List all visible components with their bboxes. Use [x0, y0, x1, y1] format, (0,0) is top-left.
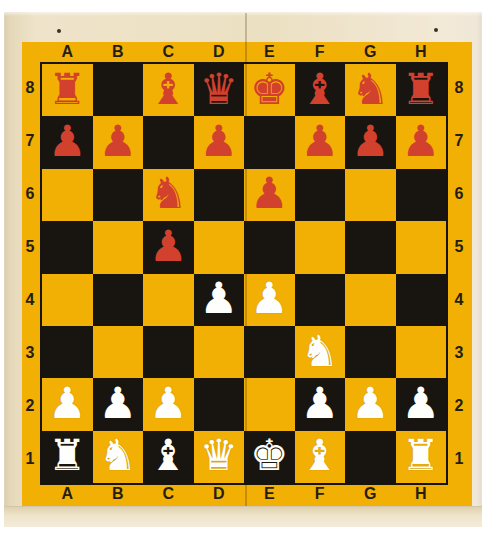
- rank-label-3-right: 3: [450, 326, 468, 379]
- file-label-d-bottom: D: [194, 485, 245, 503]
- white-pawn-b2[interactable]: ♟: [98, 382, 137, 425]
- rank-label-7-right: 7: [450, 115, 468, 168]
- file-label-h-bottom: H: [396, 485, 447, 503]
- square-e5[interactable]: [244, 221, 295, 273]
- file-label-e-top: E: [244, 43, 295, 61]
- square-f8[interactable]: ♝: [295, 64, 346, 116]
- white-knight-f3[interactable]: ♞: [300, 330, 339, 373]
- rank-labels-left: 87654321: [21, 62, 39, 485]
- rank-label-7-left: 7: [21, 115, 39, 168]
- red-pawn-f7[interactable]: ♟: [300, 120, 339, 163]
- square-f4[interactable]: [295, 274, 346, 326]
- board-grid: ♜♝♛♚♝♞♜♟♟♟♟♟♟♞♟♟♟♟♞♟♟♟♟♟♟♜♞♝♛♚♝♜: [40, 62, 448, 485]
- white-bishop-f1[interactable]: ♝: [300, 434, 339, 477]
- rank-label-4-left: 4: [21, 274, 39, 327]
- red-king-e8[interactable]: ♚: [250, 68, 289, 111]
- square-f6[interactable]: [295, 169, 346, 221]
- square-c5[interactable]: ♟: [143, 221, 194, 273]
- white-rook-h1[interactable]: ♜: [401, 434, 440, 477]
- file-label-a-top: A: [42, 43, 93, 61]
- square-f7[interactable]: ♟: [295, 116, 346, 168]
- rank-label-8-left: 8: [21, 62, 39, 115]
- white-pawn-h2[interactable]: ♟: [401, 382, 440, 425]
- square-a2[interactable]: ♟: [42, 378, 93, 430]
- square-c8[interactable]: ♝: [143, 64, 194, 116]
- square-a7[interactable]: ♟: [42, 116, 93, 168]
- square-h7[interactable]: ♟: [396, 116, 447, 168]
- file-label-b-bottom: B: [93, 485, 144, 503]
- square-d2[interactable]: [194, 378, 245, 430]
- square-e2[interactable]: [244, 378, 295, 430]
- square-b8[interactable]: [93, 64, 144, 116]
- red-pawn-a7[interactable]: ♟: [48, 120, 87, 163]
- square-h4[interactable]: [396, 274, 447, 326]
- square-h6[interactable]: [396, 169, 447, 221]
- square-a3[interactable]: [42, 326, 93, 378]
- square-c6[interactable]: ♞: [143, 169, 194, 221]
- red-bishop-f8[interactable]: ♝: [300, 68, 339, 111]
- file-label-d-top: D: [194, 43, 245, 61]
- square-g2[interactable]: ♟: [345, 378, 396, 430]
- square-b1[interactable]: ♞: [93, 431, 144, 483]
- white-king-e1[interactable]: ♚: [250, 434, 289, 477]
- red-pawn-h7[interactable]: ♟: [401, 120, 440, 163]
- rank-label-8-right: 8: [450, 62, 468, 115]
- white-pawn-f2[interactable]: ♟: [300, 382, 339, 425]
- red-pawn-g7[interactable]: ♟: [351, 120, 390, 163]
- square-h5[interactable]: [396, 221, 447, 273]
- rank-label-4-right: 4: [450, 274, 468, 327]
- white-pawn-a2[interactable]: ♟: [48, 382, 87, 425]
- square-h1[interactable]: ♜: [396, 431, 447, 483]
- square-b5[interactable]: [93, 221, 144, 273]
- file-label-c-top: C: [143, 43, 194, 61]
- file-label-h-top: H: [396, 43, 447, 61]
- red-pawn-c5[interactable]: ♟: [149, 225, 188, 268]
- white-rook-a1[interactable]: ♜: [48, 434, 87, 477]
- board-fold-seam: [245, 13, 247, 506]
- rank-label-2-right: 2: [450, 379, 468, 432]
- red-pawn-b7[interactable]: ♟: [98, 120, 137, 163]
- file-label-g-top: G: [345, 43, 396, 61]
- file-label-f-top: F: [295, 43, 346, 61]
- square-f1[interactable]: ♝: [295, 431, 346, 483]
- white-pawn-g2[interactable]: ♟: [351, 382, 390, 425]
- square-e7[interactable]: [244, 116, 295, 168]
- file-labels-bottom: ABCDEFGH: [42, 485, 446, 503]
- square-g5[interactable]: [345, 221, 396, 273]
- square-b3[interactable]: [93, 326, 144, 378]
- square-a8[interactable]: ♜: [42, 64, 93, 116]
- rank-label-2-left: 2: [21, 379, 39, 432]
- square-b6[interactable]: [93, 169, 144, 221]
- square-d7[interactable]: ♟: [194, 116, 245, 168]
- wooden-frame-bottom-ledge: [4, 506, 482, 527]
- square-e3[interactable]: [244, 326, 295, 378]
- white-queen-d1[interactable]: ♛: [199, 434, 238, 477]
- square-f5[interactable]: [295, 221, 346, 273]
- square-a5[interactable]: [42, 221, 93, 273]
- square-b4[interactable]: [93, 274, 144, 326]
- red-pawn-e6[interactable]: ♟: [250, 172, 289, 215]
- square-d1[interactable]: ♛: [194, 431, 245, 483]
- square-a4[interactable]: [42, 274, 93, 326]
- file-label-f-bottom: F: [295, 485, 346, 503]
- rank-label-6-right: 6: [450, 168, 468, 221]
- square-h3[interactable]: [396, 326, 447, 378]
- red-rook-a8[interactable]: ♜: [48, 68, 87, 111]
- white-knight-b1[interactable]: ♞: [98, 434, 137, 477]
- file-label-b-top: B: [93, 43, 144, 61]
- red-queen-d8[interactable]: ♛: [199, 68, 238, 111]
- white-pawn-c2[interactable]: ♟: [149, 382, 188, 425]
- square-c3[interactable]: [143, 326, 194, 378]
- square-e4[interactable]: ♟: [244, 274, 295, 326]
- photo-of-demonstration-chessboard: ABCDEFGH ABCDEFGH 87654321 87654321 ♜♝♛♚…: [0, 0, 500, 549]
- square-c7[interactable]: [143, 116, 194, 168]
- file-label-c-bottom: C: [143, 485, 194, 503]
- red-pawn-d7[interactable]: ♟: [199, 120, 238, 163]
- square-b2[interactable]: ♟: [93, 378, 144, 430]
- square-d4[interactable]: ♟: [194, 274, 245, 326]
- rank-label-5-right: 5: [450, 221, 468, 274]
- square-e6[interactable]: ♟: [244, 169, 295, 221]
- file-label-g-bottom: G: [345, 485, 396, 503]
- square-g7[interactable]: ♟: [345, 116, 396, 168]
- square-h8[interactable]: ♜: [396, 64, 447, 116]
- file-label-a-bottom: A: [42, 485, 93, 503]
- file-label-e-bottom: E: [244, 485, 295, 503]
- square-g3[interactable]: [345, 326, 396, 378]
- square-f3[interactable]: ♞: [295, 326, 346, 378]
- file-labels-top: ABCDEFGH: [42, 43, 446, 61]
- square-f2[interactable]: ♟: [295, 378, 346, 430]
- square-e1[interactable]: ♚: [244, 431, 295, 483]
- red-knight-c6[interactable]: ♞: [149, 172, 188, 215]
- rank-label-1-left: 1: [21, 432, 39, 485]
- mounting-pin-right: [434, 28, 438, 32]
- rank-labels-right: 87654321: [450, 62, 468, 485]
- rank-label-6-left: 6: [21, 168, 39, 221]
- square-d3[interactable]: [194, 326, 245, 378]
- red-rook-h8[interactable]: ♜: [401, 68, 440, 111]
- red-knight-g8[interactable]: ♞: [351, 68, 390, 111]
- square-g8[interactable]: ♞: [345, 64, 396, 116]
- white-pawn-e4[interactable]: ♟: [250, 277, 289, 320]
- square-g6[interactable]: [345, 169, 396, 221]
- square-d5[interactable]: [194, 221, 245, 273]
- rank-label-5-left: 5: [21, 221, 39, 274]
- rank-label-3-left: 3: [21, 326, 39, 379]
- square-h2[interactable]: ♟: [396, 378, 447, 430]
- square-a6[interactable]: [42, 169, 93, 221]
- square-a1[interactable]: ♜: [42, 431, 93, 483]
- mounting-pin-left: [57, 29, 61, 33]
- red-bishop-c8[interactable]: ♝: [149, 68, 188, 111]
- square-d8[interactable]: ♛: [194, 64, 245, 116]
- square-c2[interactable]: ♟: [143, 378, 194, 430]
- square-d6[interactable]: [194, 169, 245, 221]
- rank-label-1-right: 1: [450, 432, 468, 485]
- square-c1[interactable]: ♝: [143, 431, 194, 483]
- square-g4[interactable]: [345, 274, 396, 326]
- white-pawn-d4[interactable]: ♟: [199, 277, 238, 320]
- square-g1[interactable]: [345, 431, 396, 483]
- square-c4[interactable]: [143, 274, 194, 326]
- square-e8[interactable]: ♚: [244, 64, 295, 116]
- white-bishop-c1[interactable]: ♝: [149, 434, 188, 477]
- square-b7[interactable]: ♟: [93, 116, 144, 168]
